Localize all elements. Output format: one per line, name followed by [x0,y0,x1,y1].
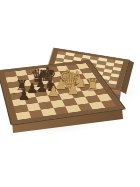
chess-pieces-layer: ♛♚♜♝♚♝♟♟♞♟♛♞♟♟♟♜ [0,38,140,158]
chess-set-product-photo: ♛♚♜♝♚♝♟♟♞♟♛♞♟♟♟♜ [0,0,140,187]
piece-wP: ♟ [47,84,60,98]
piece-wR: ♜ [86,78,100,93]
piece-bP: ♟ [18,88,31,102]
piece-wP: ♟ [67,82,80,96]
open-chess-board: ♛♚♜♝♚♝♟♟♞♟♛♞♟♟♟♜ [0,38,140,158]
